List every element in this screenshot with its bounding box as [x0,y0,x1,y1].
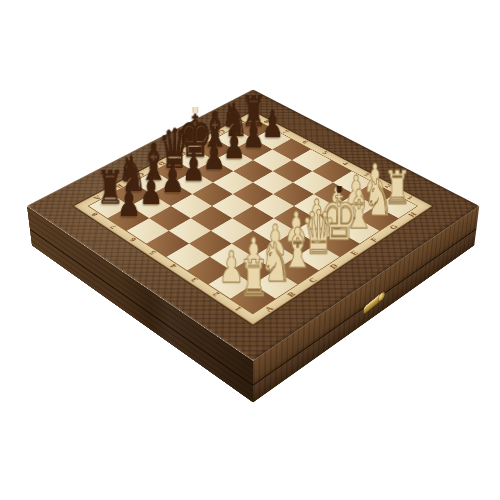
product-photo: AABBCCDDEEFFGGHH1122334455667788 ♜♞♝♛♚♝♞… [0,0,500,500]
chess-board: AABBCCDDEEFFGGHH1122334455667788 ♜♞♝♛♚♝♞… [27,89,480,360]
brass-latch-icon [364,293,382,315]
piece-white-rook: ♜ [230,253,275,304]
board-scene: AABBCCDDEEFFGGHH1122334455667788 ♜♞♝♛♚♝♞… [27,89,480,360]
pieces-layer: ♜♞♝♛♚♝♞♜♟♟♟♟♟♟♟♟♟♟♟♟♟♟♟♟♜♞♝♛♚♝♞♜ [27,89,480,360]
white-king-finial [336,183,341,192]
piece-black-pawn: ♟ [110,182,146,223]
black-king-finial [192,105,197,114]
